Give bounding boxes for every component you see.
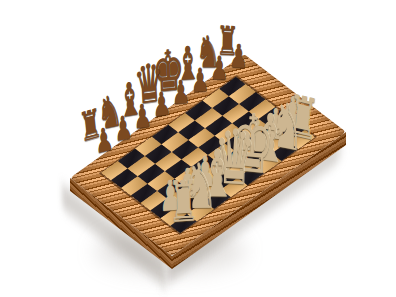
piece-black-bishop-f8: ♝ [175, 40, 201, 87]
piece-black-knight-g8: ♞ [195, 30, 219, 74]
piece-black-king-e8: ♚ [152, 42, 185, 101]
product-photo-stage: ♜♞♝♛♚♝♞♜♟♟♟♟♟♟♟♟♟♟♟♟♟♟♟♟♜♞♝♛♚♝♞♜ [0, 0, 396, 297]
checkerboard-grid [101, 77, 315, 233]
piece-black-rook-a8: ♜ [77, 103, 103, 148]
piece-black-bishop-c8: ♝ [115, 75, 144, 126]
piece-black-queen-d8: ♛ [133, 56, 165, 113]
piece-black-rook-h8: ♜ [216, 22, 239, 63]
piece-black-knight-b8: ♞ [96, 88, 124, 137]
